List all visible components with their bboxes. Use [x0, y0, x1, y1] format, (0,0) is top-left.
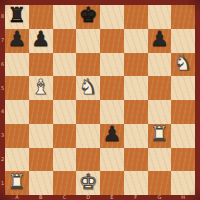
- square-a8[interactable]: ♜: [5, 5, 29, 29]
- square-c1[interactable]: [53, 171, 77, 195]
- square-f2[interactable]: [124, 148, 148, 172]
- square-d1[interactable]: ♚: [76, 171, 100, 195]
- square-c3[interactable]: [53, 124, 77, 148]
- square-g8[interactable]: [148, 5, 172, 29]
- piece-white-knight[interactable]: ♞: [79, 77, 98, 98]
- square-f8[interactable]: [124, 5, 148, 29]
- file-label-g: G: [148, 195, 172, 200]
- square-a4[interactable]: [5, 100, 29, 124]
- square-g4[interactable]: [148, 100, 172, 124]
- file-label-b: B: [29, 195, 53, 200]
- square-b2[interactable]: [29, 148, 53, 172]
- square-b1[interactable]: [29, 171, 53, 195]
- square-h1[interactable]: [171, 171, 195, 195]
- file-label-c: C: [53, 195, 77, 200]
- piece-white-knight[interactable]: ♞: [174, 53, 193, 74]
- square-h7[interactable]: [171, 29, 195, 53]
- file-label-e: E: [100, 195, 124, 200]
- file-label-h: H: [171, 195, 195, 200]
- square-f1[interactable]: [124, 171, 148, 195]
- square-f3[interactable]: [124, 124, 148, 148]
- square-a3[interactable]: [5, 124, 29, 148]
- square-c4[interactable]: [53, 100, 77, 124]
- square-g7[interactable]: ♟: [148, 29, 172, 53]
- square-b3[interactable]: [29, 124, 53, 148]
- square-e5[interactable]: [100, 76, 124, 100]
- square-a5[interactable]: [5, 76, 29, 100]
- square-a1[interactable]: ♜: [5, 171, 29, 195]
- square-d5[interactable]: ♞: [76, 76, 100, 100]
- square-c5[interactable]: [53, 76, 77, 100]
- square-a7[interactable]: ♟: [5, 29, 29, 53]
- chess-board-frame: ♜♚♟♟♟♞♝♞♟♜♜♚ 87654321ABCDEFGH: [0, 0, 200, 200]
- square-g6[interactable]: [148, 53, 172, 77]
- square-b4[interactable]: [29, 100, 53, 124]
- square-e4[interactable]: [100, 100, 124, 124]
- square-d4[interactable]: [76, 100, 100, 124]
- file-label-a: A: [5, 195, 29, 200]
- piece-black-pawn[interactable]: ♟: [7, 29, 26, 50]
- square-e6[interactable]: [100, 53, 124, 77]
- file-label-d: D: [76, 195, 100, 200]
- square-e3[interactable]: ♟: [100, 124, 124, 148]
- square-b8[interactable]: [29, 5, 53, 29]
- square-e2[interactable]: [100, 148, 124, 172]
- piece-white-rook[interactable]: ♜: [7, 172, 26, 193]
- square-d8[interactable]: ♚: [76, 5, 100, 29]
- piece-black-pawn[interactable]: ♟: [150, 29, 169, 50]
- chess-board: ♜♚♟♟♟♞♝♞♟♜♜♚: [5, 5, 195, 195]
- square-b7[interactable]: ♟: [29, 29, 53, 53]
- piece-black-king[interactable]: ♚: [79, 5, 98, 26]
- square-e1[interactable]: [100, 171, 124, 195]
- piece-white-rook[interactable]: ♜: [150, 124, 169, 145]
- square-f7[interactable]: [124, 29, 148, 53]
- piece-black-pawn[interactable]: ♟: [102, 124, 121, 145]
- square-g2[interactable]: [148, 148, 172, 172]
- square-h3[interactable]: [171, 124, 195, 148]
- square-e8[interactable]: [100, 5, 124, 29]
- square-f5[interactable]: [124, 76, 148, 100]
- square-c6[interactable]: [53, 53, 77, 77]
- square-d7[interactable]: [76, 29, 100, 53]
- square-c7[interactable]: [53, 29, 77, 53]
- piece-black-pawn[interactable]: ♟: [31, 29, 50, 50]
- square-a6[interactable]: [5, 53, 29, 77]
- square-f4[interactable]: [124, 100, 148, 124]
- piece-white-bishop[interactable]: ♝: [31, 77, 50, 98]
- square-c2[interactable]: [53, 148, 77, 172]
- file-label-f: F: [124, 195, 148, 200]
- square-b5[interactable]: ♝: [29, 76, 53, 100]
- square-a2[interactable]: [5, 148, 29, 172]
- square-c8[interactable]: [53, 5, 77, 29]
- square-d2[interactable]: [76, 148, 100, 172]
- piece-white-king[interactable]: ♚: [79, 172, 98, 193]
- square-h6[interactable]: ♞: [171, 53, 195, 77]
- square-g1[interactable]: [148, 171, 172, 195]
- square-e7[interactable]: [100, 29, 124, 53]
- square-h4[interactable]: [171, 100, 195, 124]
- square-h2[interactable]: [171, 148, 195, 172]
- square-h8[interactable]: [171, 5, 195, 29]
- square-g3[interactable]: ♜: [148, 124, 172, 148]
- square-g5[interactable]: [148, 76, 172, 100]
- square-f6[interactable]: [124, 53, 148, 77]
- square-b6[interactable]: [29, 53, 53, 77]
- square-d3[interactable]: [76, 124, 100, 148]
- square-h5[interactable]: [171, 76, 195, 100]
- square-d6[interactable]: [76, 53, 100, 77]
- piece-black-rook[interactable]: ♜: [7, 5, 26, 26]
